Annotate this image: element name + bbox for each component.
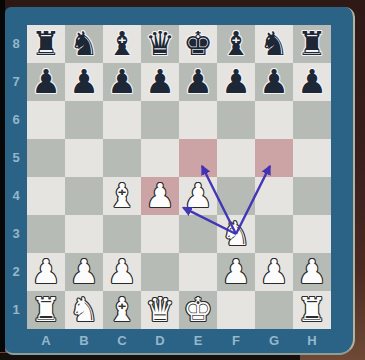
- square-e4[interactable]: ♟: [179, 177, 217, 215]
- square-c6[interactable]: [103, 101, 141, 139]
- square-h5[interactable]: [293, 139, 331, 177]
- piece-white-king[interactable]: ♚: [179, 291, 217, 329]
- rank-label-7: 7: [5, 63, 27, 101]
- square-d1[interactable]: ♛: [141, 291, 179, 329]
- square-a1[interactable]: ♜: [27, 291, 65, 329]
- square-d4[interactable]: ♟: [141, 177, 179, 215]
- square-f6[interactable]: [217, 101, 255, 139]
- square-f7[interactable]: ♟: [217, 63, 255, 101]
- file-label-b: B: [65, 329, 103, 353]
- piece-black-knight[interactable]: ♞: [255, 25, 293, 63]
- file-label-e: E: [179, 329, 217, 353]
- piece-black-queen[interactable]: ♛: [141, 25, 179, 63]
- piece-black-knight[interactable]: ♞: [65, 25, 103, 63]
- piece-white-queen[interactable]: ♛: [141, 291, 179, 329]
- chess-board[interactable]: ♜♞♝♛♚♝♞♜♟♟♟♟♟♟♟♟♝♟♟♞♟♟♟♟♟♟♜♞♝♛♚♜: [27, 25, 331, 329]
- square-b4[interactable]: [65, 177, 103, 215]
- square-h8[interactable]: ♜: [293, 25, 331, 63]
- piece-black-rook[interactable]: ♜: [27, 25, 65, 63]
- board-panel: 87654321 ABCDEFGH ♜♞♝♛♚♝♞♜♟♟♟♟♟♟♟♟♝♟♟♞♟♟…: [5, 7, 355, 355]
- square-f2[interactable]: ♟: [217, 253, 255, 291]
- square-a8[interactable]: ♜: [27, 25, 65, 63]
- square-b1[interactable]: ♞: [65, 291, 103, 329]
- square-b7[interactable]: ♟: [65, 63, 103, 101]
- rank-label-1: 1: [5, 291, 27, 329]
- square-b6[interactable]: [65, 101, 103, 139]
- square-g5[interactable]: [255, 139, 293, 177]
- piece-black-pawn[interactable]: ♟: [293, 63, 331, 101]
- piece-white-pawn[interactable]: ♟: [27, 253, 65, 291]
- square-c5[interactable]: [103, 139, 141, 177]
- square-e2[interactable]: [179, 253, 217, 291]
- rank-label-8: 8: [5, 25, 27, 63]
- square-h6[interactable]: [293, 101, 331, 139]
- piece-black-pawn[interactable]: ♟: [65, 63, 103, 101]
- square-g3[interactable]: [255, 215, 293, 253]
- square-e8[interactable]: ♚: [179, 25, 217, 63]
- square-c1[interactable]: ♝: [103, 291, 141, 329]
- square-c3[interactable]: [103, 215, 141, 253]
- piece-white-bishop[interactable]: ♝: [103, 291, 141, 329]
- square-b5[interactable]: [65, 139, 103, 177]
- square-b3[interactable]: [65, 215, 103, 253]
- piece-white-pawn[interactable]: ♟: [255, 253, 293, 291]
- square-c8[interactable]: ♝: [103, 25, 141, 63]
- rank-label-3: 3: [5, 215, 27, 253]
- square-f3[interactable]: ♞: [217, 215, 255, 253]
- square-g7[interactable]: ♟: [255, 63, 293, 101]
- rank-labels: 87654321: [5, 25, 27, 329]
- square-h7[interactable]: ♟: [293, 63, 331, 101]
- piece-white-pawn[interactable]: ♟: [141, 177, 179, 215]
- square-g4[interactable]: [255, 177, 293, 215]
- square-a7[interactable]: ♟: [27, 63, 65, 101]
- file-label-f: F: [217, 329, 255, 353]
- square-h4[interactable]: [293, 177, 331, 215]
- square-c4[interactable]: ♝: [103, 177, 141, 215]
- square-a5[interactable]: [27, 139, 65, 177]
- square-c7[interactable]: ♟: [103, 63, 141, 101]
- rank-label-4: 4: [5, 177, 27, 215]
- square-a6[interactable]: [27, 101, 65, 139]
- square-c2[interactable]: ♟: [103, 253, 141, 291]
- piece-black-pawn[interactable]: ♟: [179, 63, 217, 101]
- piece-black-rook[interactable]: ♜: [293, 25, 331, 63]
- square-b8[interactable]: ♞: [65, 25, 103, 63]
- piece-white-knight[interactable]: ♞: [65, 291, 103, 329]
- square-h1[interactable]: ♜: [293, 291, 331, 329]
- square-d3[interactable]: [141, 215, 179, 253]
- square-d6[interactable]: [141, 101, 179, 139]
- square-a2[interactable]: ♟: [27, 253, 65, 291]
- file-label-a: A: [27, 329, 65, 353]
- chess-app-screen: 87654321 ABCDEFGH ♜♞♝♛♚♝♞♜♟♟♟♟♟♟♟♟♝♟♟♞♟♟…: [0, 0, 365, 360]
- square-h2[interactable]: ♟: [293, 253, 331, 291]
- square-d8[interactable]: ♛: [141, 25, 179, 63]
- file-label-d: D: [141, 329, 179, 353]
- file-labels: ABCDEFGH: [27, 329, 331, 353]
- piece-black-pawn[interactable]: ♟: [103, 63, 141, 101]
- square-g8[interactable]: ♞: [255, 25, 293, 63]
- piece-black-pawn[interactable]: ♟: [255, 63, 293, 101]
- square-f8[interactable]: ♝: [217, 25, 255, 63]
- piece-white-pawn[interactable]: ♟: [217, 253, 255, 291]
- square-e6[interactable]: [179, 101, 217, 139]
- square-g6[interactable]: [255, 101, 293, 139]
- square-d7[interactable]: ♟: [141, 63, 179, 101]
- square-d5[interactable]: [141, 139, 179, 177]
- square-a3[interactable]: [27, 215, 65, 253]
- square-b2[interactable]: ♟: [65, 253, 103, 291]
- piece-white-rook[interactable]: ♜: [27, 291, 65, 329]
- square-f1[interactable]: [217, 291, 255, 329]
- square-d2[interactable]: [141, 253, 179, 291]
- piece-black-pawn[interactable]: ♟: [141, 63, 179, 101]
- square-e3[interactable]: [179, 215, 217, 253]
- square-e1[interactable]: ♚: [179, 291, 217, 329]
- piece-black-king[interactable]: ♚: [179, 25, 217, 63]
- square-h3[interactable]: [293, 215, 331, 253]
- piece-white-pawn[interactable]: ♟: [103, 253, 141, 291]
- piece-white-bishop[interactable]: ♝: [103, 177, 141, 215]
- piece-white-rook[interactable]: ♜: [293, 291, 331, 329]
- square-a4[interactable]: [27, 177, 65, 215]
- file-label-g: G: [255, 329, 293, 353]
- piece-white-pawn[interactable]: ♟: [179, 177, 217, 215]
- file-label-c: C: [103, 329, 141, 353]
- square-g1[interactable]: [255, 291, 293, 329]
- piece-black-bishop[interactable]: ♝: [217, 25, 255, 63]
- piece-white-pawn[interactable]: ♟: [293, 253, 331, 291]
- file-label-h: H: [293, 329, 331, 353]
- piece-white-knight[interactable]: ♞: [217, 215, 255, 253]
- piece-white-pawn[interactable]: ♟: [65, 253, 103, 291]
- rank-label-2: 2: [5, 253, 27, 291]
- square-e7[interactable]: ♟: [179, 63, 217, 101]
- piece-black-pawn[interactable]: ♟: [27, 63, 65, 101]
- rank-label-6: 6: [5, 101, 27, 139]
- piece-black-pawn[interactable]: ♟: [217, 63, 255, 101]
- square-g2[interactable]: ♟: [255, 253, 293, 291]
- square-f5[interactable]: [217, 139, 255, 177]
- square-e5[interactable]: [179, 139, 217, 177]
- rank-label-5: 5: [5, 139, 27, 177]
- square-f4[interactable]: [217, 177, 255, 215]
- piece-black-bishop[interactable]: ♝: [103, 25, 141, 63]
